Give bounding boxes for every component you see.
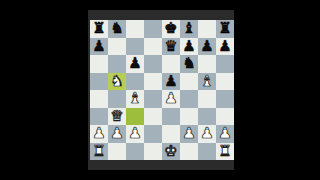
square-h5[interactable] (216, 73, 234, 91)
piece-black-rook[interactable]: ♜ (218, 21, 231, 36)
piece-white-knight[interactable]: ♞ (110, 73, 123, 88)
square-f6[interactable]: ♞ (180, 55, 198, 73)
piece-white-pawn[interactable]: ♟ (182, 126, 195, 141)
piece-black-pawn[interactable]: ♟ (164, 73, 177, 88)
piece-white-king[interactable]: ♚ (164, 143, 177, 158)
square-b5[interactable]: ♞ (108, 73, 126, 91)
square-g1[interactable] (198, 143, 216, 161)
square-f1[interactable] (180, 143, 198, 161)
piece-white-pawn[interactable]: ♟ (164, 91, 177, 106)
square-f7[interactable]: ♟ (180, 38, 198, 56)
square-b7[interactable] (108, 38, 126, 56)
square-g6[interactable] (198, 55, 216, 73)
square-b8[interactable]: ♞ (108, 20, 126, 38)
square-e8[interactable]: ♚ (162, 20, 180, 38)
square-d1[interactable] (144, 143, 162, 161)
square-a1[interactable]: ♜ (90, 143, 108, 161)
square-c6[interactable]: ♟ (126, 55, 144, 73)
square-d2[interactable] (144, 125, 162, 143)
square-c4[interactable]: ♝ (126, 90, 144, 108)
square-c1[interactable] (126, 143, 144, 161)
square-d6[interactable] (144, 55, 162, 73)
piece-black-knight[interactable]: ♞ (110, 21, 123, 36)
square-d5[interactable] (144, 73, 162, 91)
square-e6[interactable] (162, 55, 180, 73)
square-e4[interactable]: ♟ (162, 90, 180, 108)
piece-black-king[interactable]: ♚ (164, 21, 177, 36)
square-c5[interactable] (126, 73, 144, 91)
square-h8[interactable]: ♜ (216, 20, 234, 38)
square-d4[interactable] (144, 90, 162, 108)
piece-white-rook[interactable]: ♜ (92, 143, 105, 158)
square-b6[interactable] (108, 55, 126, 73)
square-c8[interactable] (126, 20, 144, 38)
square-a3[interactable] (90, 108, 108, 126)
square-d3[interactable] (144, 108, 162, 126)
square-a2[interactable]: ♟ (90, 125, 108, 143)
square-h2[interactable]: ♟ (216, 125, 234, 143)
square-e1[interactable]: ♚ (162, 143, 180, 161)
square-g5[interactable]: ♝ (198, 73, 216, 91)
square-g3[interactable] (198, 108, 216, 126)
square-b4[interactable] (108, 90, 126, 108)
square-b2[interactable]: ♟ (108, 125, 126, 143)
piece-white-pawn[interactable]: ♟ (128, 126, 141, 141)
piece-black-pawn[interactable]: ♟ (200, 38, 213, 53)
square-c3[interactable] (126, 108, 144, 126)
square-h7[interactable]: ♟ (216, 38, 234, 56)
square-f5[interactable] (180, 73, 198, 91)
square-b3[interactable]: ♛ (108, 108, 126, 126)
piece-black-pawn[interactable]: ♟ (128, 56, 141, 71)
piece-white-rook[interactable]: ♜ (218, 143, 231, 158)
piece-black-queen[interactable]: ♛ (164, 38, 177, 53)
piece-white-pawn[interactable]: ♟ (110, 126, 123, 141)
piece-white-bishop[interactable]: ♝ (128, 91, 141, 106)
square-d8[interactable] (144, 20, 162, 38)
square-d7[interactable] (144, 38, 162, 56)
square-a8[interactable]: ♜ (90, 20, 108, 38)
square-c7[interactable] (126, 38, 144, 56)
piece-white-pawn[interactable]: ♟ (92, 126, 105, 141)
square-h6[interactable] (216, 55, 234, 73)
square-h3[interactable] (216, 108, 234, 126)
square-e7[interactable]: ♛ (162, 38, 180, 56)
square-c2[interactable]: ♟ (126, 125, 144, 143)
piece-white-pawn[interactable]: ♟ (218, 126, 231, 141)
square-f4[interactable] (180, 90, 198, 108)
square-a6[interactable] (90, 55, 108, 73)
square-f3[interactable] (180, 108, 198, 126)
chess-board: ♜♞♚♝♜♟♛♟♟♟♟♞♞♟♝♝♟♛♟♟♟♟♟♟♜♚♜ (90, 20, 234, 160)
square-h4[interactable] (216, 90, 234, 108)
square-a7[interactable]: ♟ (90, 38, 108, 56)
piece-black-rook[interactable]: ♜ (92, 21, 105, 36)
square-g2[interactable]: ♟ (198, 125, 216, 143)
square-g8[interactable] (198, 20, 216, 38)
square-g7[interactable]: ♟ (198, 38, 216, 56)
piece-black-pawn[interactable]: ♟ (218, 38, 231, 53)
square-h1[interactable]: ♜ (216, 143, 234, 161)
square-g4[interactable] (198, 90, 216, 108)
piece-black-pawn[interactable]: ♟ (182, 38, 195, 53)
square-e3[interactable] (162, 108, 180, 126)
piece-white-queen[interactable]: ♛ (110, 108, 123, 123)
square-b1[interactable] (108, 143, 126, 161)
piece-black-pawn[interactable]: ♟ (92, 38, 105, 53)
square-e5[interactable]: ♟ (162, 73, 180, 91)
square-a5[interactable] (90, 73, 108, 91)
square-a4[interactable] (90, 90, 108, 108)
piece-black-knight[interactable]: ♞ (182, 56, 195, 71)
square-f2[interactable]: ♟ (180, 125, 198, 143)
piece-white-bishop[interactable]: ♝ (200, 73, 213, 88)
piece-black-bishop[interactable]: ♝ (182, 21, 195, 36)
square-f8[interactable]: ♝ (180, 20, 198, 38)
square-e2[interactable] (162, 125, 180, 143)
piece-white-pawn[interactable]: ♟ (200, 126, 213, 141)
